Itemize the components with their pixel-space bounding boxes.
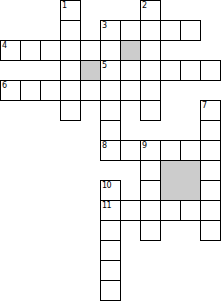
clue-number-7: 7 bbox=[202, 101, 207, 110]
clue-number-2: 2 bbox=[142, 1, 147, 10]
cell-r11c10[interactable] bbox=[200, 220, 221, 241]
cell-r4c7[interactable] bbox=[140, 80, 161, 101]
clue-number-9: 9 bbox=[142, 141, 147, 150]
clue-number-8: 8 bbox=[102, 141, 107, 150]
cell-r1c3[interactable] bbox=[60, 20, 81, 41]
cell-r13c5[interactable] bbox=[100, 260, 121, 281]
cell-r0c7[interactable]: 2 bbox=[140, 0, 161, 21]
cell-r3c6[interactable] bbox=[120, 60, 141, 81]
cell-r2c5[interactable] bbox=[100, 40, 121, 61]
cell-r6c10[interactable] bbox=[200, 120, 221, 141]
cell-r8c7[interactable] bbox=[140, 160, 161, 181]
clue-number-1: 1 bbox=[62, 1, 67, 10]
cell-r1c8[interactable] bbox=[160, 20, 181, 41]
cell-r7c10[interactable] bbox=[200, 140, 221, 161]
cell-r0c3[interactable]: 1 bbox=[60, 0, 81, 21]
cell-r7c5[interactable]: 8 bbox=[100, 140, 121, 161]
cell-r3c7[interactable] bbox=[140, 60, 161, 81]
cell-r8c10[interactable] bbox=[200, 160, 221, 181]
cell-r3c5[interactable]: 5 bbox=[100, 60, 121, 81]
shaded-cell-r2c6 bbox=[120, 40, 141, 61]
cell-r7c9[interactable] bbox=[180, 140, 201, 161]
cell-r3c3[interactable] bbox=[60, 60, 81, 81]
cell-r2c0[interactable]: 4 bbox=[0, 40, 21, 61]
cell-r2c4[interactable] bbox=[80, 40, 101, 61]
cell-r7c6[interactable] bbox=[120, 140, 141, 161]
cell-r5c10[interactable]: 7 bbox=[200, 100, 221, 121]
cell-r3c8[interactable] bbox=[160, 60, 181, 81]
cell-r7c7[interactable]: 9 bbox=[140, 140, 161, 161]
cell-r1c6[interactable] bbox=[120, 20, 141, 41]
cell-r3c10[interactable] bbox=[200, 60, 221, 81]
cell-r11c5[interactable] bbox=[100, 220, 121, 241]
cell-r4c6[interactable] bbox=[120, 80, 141, 101]
cell-r12c5[interactable] bbox=[100, 240, 121, 261]
cell-r3c9[interactable] bbox=[180, 60, 201, 81]
shaded-block bbox=[160, 160, 201, 201]
cell-r14c5[interactable] bbox=[100, 280, 121, 301]
cell-r4c5[interactable] bbox=[100, 80, 121, 101]
cell-r11c7[interactable] bbox=[140, 220, 161, 241]
cell-r5c5[interactable] bbox=[100, 100, 121, 121]
clue-number-6: 6 bbox=[2, 81, 7, 90]
crossword-grid: 1234567891011 bbox=[0, 0, 221, 301]
cell-r10c10[interactable] bbox=[200, 200, 221, 221]
cell-r4c2[interactable] bbox=[40, 80, 61, 101]
cell-r2c2[interactable] bbox=[40, 40, 61, 61]
cell-r10c7[interactable] bbox=[140, 200, 161, 221]
cell-r5c7[interactable] bbox=[140, 100, 161, 121]
clue-number-4: 4 bbox=[2, 41, 7, 50]
clue-number-3: 3 bbox=[102, 21, 107, 30]
cell-r9c7[interactable] bbox=[140, 180, 161, 201]
cell-r9c10[interactable] bbox=[200, 180, 221, 201]
cell-r4c1[interactable] bbox=[20, 80, 41, 101]
cell-r10c9[interactable] bbox=[180, 200, 201, 221]
cell-r2c7[interactable] bbox=[140, 40, 161, 61]
shaded-cell-r3c4 bbox=[80, 60, 101, 81]
clue-number-10: 10 bbox=[102, 181, 111, 190]
cell-r1c7[interactable] bbox=[140, 20, 161, 41]
cell-r4c0[interactable]: 6 bbox=[0, 80, 21, 101]
cell-r4c4[interactable] bbox=[80, 80, 101, 101]
cell-r5c3[interactable] bbox=[60, 100, 81, 121]
cell-r1c5[interactable]: 3 bbox=[100, 20, 121, 41]
cell-r10c8[interactable] bbox=[160, 200, 181, 221]
clue-number-5: 5 bbox=[102, 61, 107, 70]
cell-r6c5[interactable] bbox=[100, 120, 121, 141]
clue-number-11: 11 bbox=[102, 201, 111, 210]
cell-r10c6[interactable] bbox=[120, 200, 141, 221]
cell-r7c8[interactable] bbox=[160, 140, 181, 161]
cell-r2c3[interactable] bbox=[60, 40, 81, 61]
cell-r1c9[interactable] bbox=[180, 20, 201, 41]
cell-r10c5[interactable]: 11 bbox=[100, 200, 121, 221]
cell-r9c5[interactable]: 10 bbox=[100, 180, 121, 201]
cell-r2c1[interactable] bbox=[20, 40, 41, 61]
cell-r4c3[interactable] bbox=[60, 80, 81, 101]
